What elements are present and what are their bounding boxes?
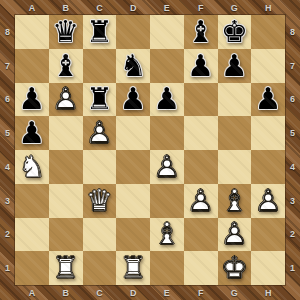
black-pawn-glyph: ♟ — [116, 83, 150, 117]
square-f4[interactable] — [184, 150, 218, 184]
rank-label-3: 3 — [285, 184, 300, 218]
piece-white-pawn[interactable]: ♟♙ — [184, 184, 218, 218]
rank-label-3: 3 — [0, 184, 15, 218]
piece-black-bishop[interactable]: ♝ — [184, 15, 218, 49]
square-a1[interactable] — [15, 251, 49, 285]
square-d3[interactable] — [116, 184, 150, 218]
square-a7[interactable] — [15, 49, 49, 83]
square-a6[interactable]: ♟ — [15, 83, 49, 117]
white-queen-outline: ♕ — [83, 184, 117, 218]
square-d8[interactable] — [116, 15, 150, 49]
piece-white-pawn[interactable]: ♟♙ — [218, 218, 252, 252]
square-b2[interactable] — [49, 218, 83, 252]
black-pawn-glyph: ♟ — [15, 116, 49, 150]
square-e4[interactable]: ♟♙ — [150, 150, 184, 184]
rank-labels-left: 87654321 — [0, 15, 15, 285]
black-knight-glyph: ♞ — [116, 49, 150, 83]
piece-white-knight[interactable]: ♞♘ — [15, 150, 49, 184]
square-h8[interactable] — [251, 15, 285, 49]
white-king-outline: ♔ — [218, 251, 252, 285]
square-g6[interactable] — [218, 83, 252, 117]
file-label-g: G — [218, 285, 252, 300]
square-e7[interactable] — [150, 49, 184, 83]
square-e1[interactable] — [150, 251, 184, 285]
piece-black-pawn[interactable]: ♟ — [218, 49, 252, 83]
file-label-a: A — [15, 285, 49, 300]
square-d2[interactable] — [116, 218, 150, 252]
black-pawn-glyph: ♟ — [150, 83, 184, 117]
square-g5[interactable] — [218, 116, 252, 150]
square-e8[interactable] — [150, 15, 184, 49]
square-b1[interactable]: ♜♖ — [49, 251, 83, 285]
piece-white-king[interactable]: ♚♔ — [218, 251, 252, 285]
file-label-h: H — [251, 0, 285, 15]
square-c2[interactable] — [83, 218, 117, 252]
piece-black-queen[interactable]: ♛ — [49, 15, 83, 49]
black-queen-glyph: ♛ — [49, 15, 83, 49]
black-pawn-glyph: ♟ — [184, 49, 218, 83]
piece-black-rook[interactable]: ♜ — [83, 83, 117, 117]
white-bishop-outline: ♗ — [150, 218, 184, 252]
square-g4[interactable] — [218, 150, 252, 184]
white-bishop-outline: ♗ — [218, 184, 252, 218]
rank-label-2: 2 — [285, 218, 300, 252]
piece-black-pawn[interactable]: ♟ — [184, 49, 218, 83]
square-a5[interactable]: ♟ — [15, 116, 49, 150]
black-pawn-glyph: ♟ — [15, 83, 49, 117]
square-g3[interactable]: ♝♗ — [218, 184, 252, 218]
piece-white-pawn[interactable]: ♟♙ — [251, 184, 285, 218]
rank-label-4: 4 — [0, 150, 15, 184]
square-b6[interactable]: ♟♙ — [49, 83, 83, 117]
piece-white-bishop[interactable]: ♝♗ — [150, 218, 184, 252]
file-label-b: B — [49, 285, 83, 300]
square-c7[interactable] — [83, 49, 117, 83]
rank-label-5: 5 — [0, 116, 15, 150]
file-label-g: G — [218, 0, 252, 15]
file-labels-top: ABCDEFGH — [15, 0, 285, 15]
square-f6[interactable] — [184, 83, 218, 117]
square-h6[interactable]: ♟ — [251, 83, 285, 117]
black-bishop-glyph: ♝ — [49, 49, 83, 83]
square-c4[interactable] — [83, 150, 117, 184]
square-d4[interactable] — [116, 150, 150, 184]
square-g1[interactable]: ♚♔ — [218, 251, 252, 285]
file-label-c: C — [83, 285, 117, 300]
file-label-h: H — [251, 285, 285, 300]
square-h7[interactable] — [251, 49, 285, 83]
square-f3[interactable]: ♟♙ — [184, 184, 218, 218]
square-c8[interactable]: ♜ — [83, 15, 117, 49]
chess-widget: ABCDEFGH ABCDEFGH 87654321 87654321 ♛♜♝♚… — [0, 0, 300, 300]
file-label-c: C — [83, 0, 117, 15]
piece-white-bishop[interactable]: ♝♗ — [218, 184, 252, 218]
piece-black-knight[interactable]: ♞ — [116, 49, 150, 83]
file-label-a: A — [15, 0, 49, 15]
square-e5[interactable] — [150, 116, 184, 150]
square-f7[interactable]: ♟ — [184, 49, 218, 83]
file-label-d: D — [116, 0, 150, 15]
piece-black-pawn[interactable]: ♟ — [15, 83, 49, 117]
square-b8[interactable]: ♛ — [49, 15, 83, 49]
piece-white-pawn[interactable]: ♟♙ — [83, 116, 117, 150]
piece-white-pawn[interactable]: ♟♙ — [150, 150, 184, 184]
black-rook-glyph: ♜ — [83, 83, 117, 117]
square-c1[interactable] — [83, 251, 117, 285]
square-d7[interactable]: ♞ — [116, 49, 150, 83]
square-g8[interactable]: ♚ — [218, 15, 252, 49]
rank-label-6: 6 — [0, 83, 15, 117]
rank-label-1: 1 — [0, 251, 15, 285]
piece-white-pawn[interactable]: ♟♙ — [49, 83, 83, 117]
white-pawn-outline: ♙ — [83, 116, 117, 150]
square-g2[interactable]: ♟♙ — [218, 218, 252, 252]
square-b3[interactable] — [49, 184, 83, 218]
square-a8[interactable] — [15, 15, 49, 49]
white-pawn-outline: ♙ — [150, 150, 184, 184]
file-label-d: D — [116, 285, 150, 300]
black-pawn-glyph: ♟ — [218, 49, 252, 83]
piece-white-rook[interactable]: ♜♖ — [116, 251, 150, 285]
rank-label-8: 8 — [0, 15, 15, 49]
white-rook-outline: ♖ — [116, 251, 150, 285]
rank-label-1: 1 — [285, 251, 300, 285]
chess-board: ♛♜♝♚♝♞♟♟♟♟♙♜♟♟♟♟♟♙♞♘♟♙♛♕♟♙♝♗♟♙♝♗♟♙♜♖♜♖♚♔ — [15, 15, 285, 285]
file-labels-bottom: ABCDEFGH — [15, 285, 285, 300]
rank-label-7: 7 — [0, 49, 15, 83]
black-bishop-glyph: ♝ — [184, 15, 218, 49]
square-h5[interactable] — [251, 116, 285, 150]
rank-label-5: 5 — [285, 116, 300, 150]
rank-label-8: 8 — [285, 15, 300, 49]
piece-black-king[interactable]: ♚ — [218, 15, 252, 49]
square-d5[interactable] — [116, 116, 150, 150]
square-e6[interactable]: ♟ — [150, 83, 184, 117]
square-d6[interactable]: ♟ — [116, 83, 150, 117]
piece-black-pawn[interactable]: ♟ — [251, 83, 285, 117]
square-a2[interactable] — [15, 218, 49, 252]
square-h1[interactable] — [251, 251, 285, 285]
square-h4[interactable] — [251, 150, 285, 184]
black-rook-glyph: ♜ — [83, 15, 117, 49]
square-g7[interactable]: ♟ — [218, 49, 252, 83]
square-c3[interactable]: ♛♕ — [83, 184, 117, 218]
square-e3[interactable] — [150, 184, 184, 218]
square-d1[interactable]: ♜♖ — [116, 251, 150, 285]
square-a3[interactable] — [15, 184, 49, 218]
square-e2[interactable]: ♝♗ — [150, 218, 184, 252]
file-label-f: F — [184, 0, 218, 15]
white-pawn-outline: ♙ — [218, 218, 252, 252]
square-h3[interactable]: ♟♙ — [251, 184, 285, 218]
square-f2[interactable] — [184, 218, 218, 252]
white-rook-outline: ♖ — [49, 251, 83, 285]
square-h2[interactable] — [251, 218, 285, 252]
piece-black-pawn[interactable]: ♟ — [116, 83, 150, 117]
square-f5[interactable] — [184, 116, 218, 150]
rank-label-4: 4 — [285, 150, 300, 184]
white-knight-outline: ♘ — [15, 150, 49, 184]
file-label-e: E — [150, 0, 184, 15]
square-f8[interactable]: ♝ — [184, 15, 218, 49]
square-f1[interactable] — [184, 251, 218, 285]
square-a4[interactable]: ♞♘ — [15, 150, 49, 184]
piece-black-pawn[interactable]: ♟ — [15, 116, 49, 150]
white-pawn-outline: ♙ — [49, 83, 83, 117]
piece-black-rook[interactable]: ♜ — [83, 15, 117, 49]
square-b4[interactable] — [49, 150, 83, 184]
white-pawn-outline: ♙ — [184, 184, 218, 218]
rank-label-6: 6 — [285, 83, 300, 117]
piece-black-bishop[interactable]: ♝ — [49, 49, 83, 83]
black-king-glyph: ♚ — [218, 15, 252, 49]
white-pawn-outline: ♙ — [251, 184, 285, 218]
square-c5[interactable]: ♟♙ — [83, 116, 117, 150]
rank-label-2: 2 — [0, 218, 15, 252]
rank-label-7: 7 — [285, 49, 300, 83]
file-label-e: E — [150, 285, 184, 300]
square-b7[interactable]: ♝ — [49, 49, 83, 83]
piece-black-pawn[interactable]: ♟ — [150, 83, 184, 117]
black-pawn-glyph: ♟ — [251, 83, 285, 117]
file-label-b: B — [49, 0, 83, 15]
rank-labels-right: 87654321 — [285, 15, 300, 285]
file-label-f: F — [184, 285, 218, 300]
square-b5[interactable] — [49, 116, 83, 150]
square-c6[interactable]: ♜ — [83, 83, 117, 117]
piece-white-rook[interactable]: ♜♖ — [49, 251, 83, 285]
piece-white-queen[interactable]: ♛♕ — [83, 184, 117, 218]
